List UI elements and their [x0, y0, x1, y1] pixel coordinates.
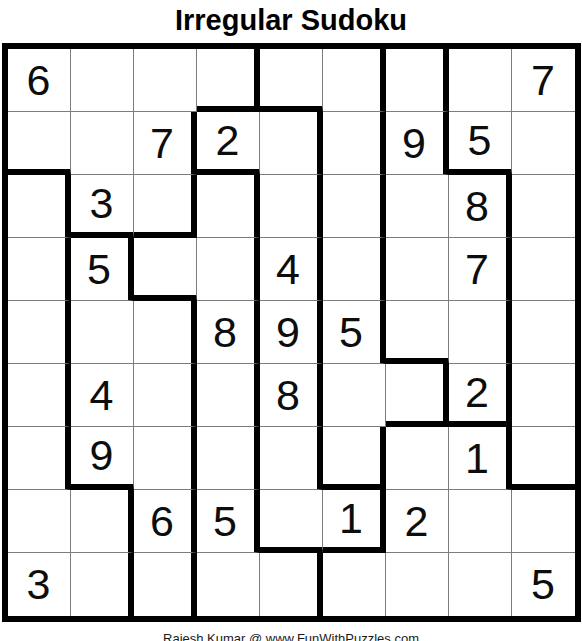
- cell-r8c5[interactable]: [260, 490, 323, 553]
- cell-r7c9[interactable]: [512, 427, 575, 490]
- cell-r2c5[interactable]: [260, 112, 323, 175]
- cell-r3c8[interactable]: 8: [449, 175, 512, 238]
- cell-r2c4[interactable]: 2: [197, 112, 260, 175]
- cell-r6c9[interactable]: [512, 364, 575, 427]
- cell-r8c4[interactable]: 5: [197, 490, 260, 553]
- page: Irregular Sudoku 67729538547895482916512…: [0, 0, 582, 641]
- cell-r7c8[interactable]: 1: [449, 427, 512, 490]
- cell-r8c7[interactable]: 2: [386, 490, 449, 553]
- cell-r6c7[interactable]: [386, 364, 449, 427]
- cell-r7c1[interactable]: [8, 427, 71, 490]
- cell-r1c2[interactable]: [71, 49, 134, 112]
- cell-r9c6[interactable]: [323, 553, 386, 616]
- puzzle-title: Irregular Sudoku: [0, 0, 582, 43]
- cell-r8c6[interactable]: 1: [323, 490, 386, 553]
- sudoku-board: 6772953854789548291651235: [2, 43, 581, 622]
- cell-r2c2[interactable]: [71, 112, 134, 175]
- cell-r3c6[interactable]: [323, 175, 386, 238]
- cell-r9c7[interactable]: [386, 553, 449, 616]
- cell-r2c6[interactable]: [323, 112, 386, 175]
- cell-r9c4[interactable]: [197, 553, 260, 616]
- cell-r1c4[interactable]: [197, 49, 260, 112]
- cell-r9c8[interactable]: [449, 553, 512, 616]
- cell-r6c6[interactable]: [323, 364, 386, 427]
- cell-r1c9[interactable]: 7: [512, 49, 575, 112]
- cell-r2c1[interactable]: [8, 112, 71, 175]
- cell-r4c7[interactable]: [386, 238, 449, 301]
- cell-r9c1[interactable]: 3: [8, 553, 71, 616]
- cell-r6c2[interactable]: 4: [71, 364, 134, 427]
- cell-r3c3[interactable]: [134, 175, 197, 238]
- cell-r5c7[interactable]: [386, 301, 449, 364]
- cell-r7c4[interactable]: [197, 427, 260, 490]
- cell-r3c7[interactable]: [386, 175, 449, 238]
- cell-r7c5[interactable]: [260, 427, 323, 490]
- cell-r5c9[interactable]: [512, 301, 575, 364]
- cell-r7c6[interactable]: [323, 427, 386, 490]
- cell-r6c5[interactable]: 8: [260, 364, 323, 427]
- cell-r6c8[interactable]: 2: [449, 364, 512, 427]
- cell-r9c9[interactable]: 5: [512, 553, 575, 616]
- cell-r4c2[interactable]: 5: [71, 238, 134, 301]
- cell-r1c7[interactable]: [386, 49, 449, 112]
- cell-r5c5[interactable]: 9: [260, 301, 323, 364]
- cell-r1c3[interactable]: [134, 49, 197, 112]
- cell-r3c2[interactable]: 3: [71, 175, 134, 238]
- cell-r4c6[interactable]: [323, 238, 386, 301]
- cell-r8c8[interactable]: [449, 490, 512, 553]
- cell-r3c9[interactable]: [512, 175, 575, 238]
- cell-r9c5[interactable]: [260, 553, 323, 616]
- cell-r6c4[interactable]: [197, 364, 260, 427]
- cell-r2c3[interactable]: 7: [134, 112, 197, 175]
- cell-r7c2[interactable]: 9: [71, 427, 134, 490]
- cell-r4c9[interactable]: [512, 238, 575, 301]
- cell-r1c6[interactable]: [323, 49, 386, 112]
- cell-r8c9[interactable]: [512, 490, 575, 553]
- cell-r5c3[interactable]: [134, 301, 197, 364]
- cell-r3c4[interactable]: [197, 175, 260, 238]
- cell-r6c3[interactable]: [134, 364, 197, 427]
- cell-r2c7[interactable]: 9: [386, 112, 449, 175]
- cell-r9c2[interactable]: [71, 553, 134, 616]
- cell-r8c2[interactable]: [71, 490, 134, 553]
- cell-r8c1[interactable]: [8, 490, 71, 553]
- cell-r9c3[interactable]: [134, 553, 197, 616]
- cell-r4c8[interactable]: 7: [449, 238, 512, 301]
- cell-r4c3[interactable]: [134, 238, 197, 301]
- cell-r4c4[interactable]: [197, 238, 260, 301]
- cell-r4c1[interactable]: [8, 238, 71, 301]
- cell-r7c3[interactable]: [134, 427, 197, 490]
- cell-r5c8[interactable]: [449, 301, 512, 364]
- cell-r2c8[interactable]: 5: [449, 112, 512, 175]
- cell-r5c6[interactable]: 5: [323, 301, 386, 364]
- cell-r2c9[interactable]: [512, 112, 575, 175]
- cell-r1c8[interactable]: [449, 49, 512, 112]
- cell-r4c5[interactable]: 4: [260, 238, 323, 301]
- cell-r7c7[interactable]: [386, 427, 449, 490]
- cell-r8c3[interactable]: 6: [134, 490, 197, 553]
- cell-r6c1[interactable]: [8, 364, 71, 427]
- cell-r1c1[interactable]: 6: [8, 49, 71, 112]
- cell-r3c5[interactable]: [260, 175, 323, 238]
- cell-r3c1[interactable]: [8, 175, 71, 238]
- cell-r1c5[interactable]: [260, 49, 323, 112]
- cell-r5c1[interactable]: [8, 301, 71, 364]
- cell-r5c2[interactable]: [71, 301, 134, 364]
- credit-text: Rajesh Kumar @ www.FunWithPuzzles.com: [0, 622, 582, 641]
- cell-r5c4[interactable]: 8: [197, 301, 260, 364]
